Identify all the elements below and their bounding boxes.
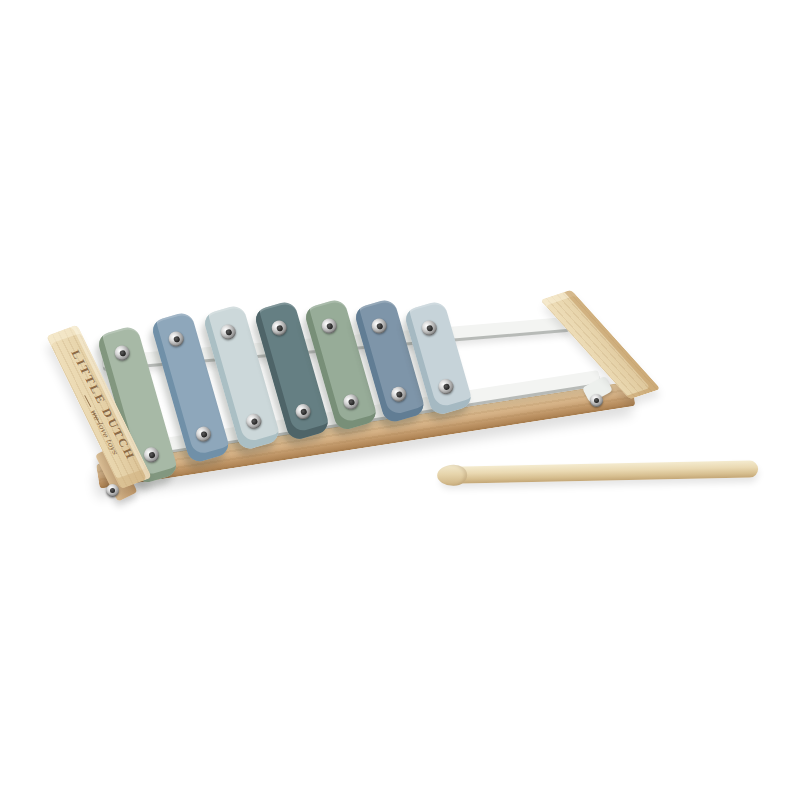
screw [245,412,264,431]
frame-screw-right [590,394,603,407]
mallet-handle-end [437,464,467,486]
mallet [440,460,758,484]
screw [113,344,132,363]
screw [420,319,439,338]
screw [437,377,456,396]
screw [370,317,389,336]
screw [320,317,339,336]
frame-screw-left [106,484,119,497]
screw [342,393,361,412]
screw [270,319,289,338]
screw [219,323,238,342]
flourish-line [84,395,91,407]
screw [194,425,213,444]
screw [389,385,408,404]
screw [167,330,186,349]
product-photo-canvas: LITTLE DUTCH we love toys [0,0,800,800]
screw [294,402,313,421]
screw [142,446,161,465]
